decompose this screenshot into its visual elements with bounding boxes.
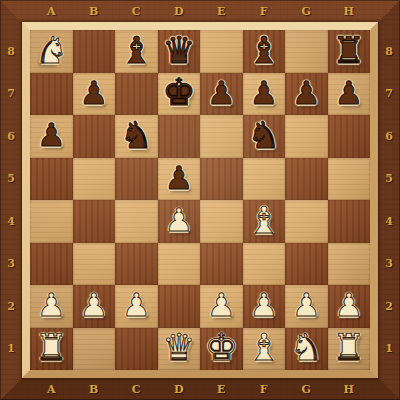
square-c5[interactable] (115, 158, 158, 201)
rank-labels-right: 87654321 (378, 30, 400, 370)
piece-black-rook[interactable]: ♜ (332, 32, 365, 69)
square-d8[interactable]: ♛ (158, 30, 201, 73)
square-a1[interactable]: ♜ (30, 328, 73, 371)
square-c2[interactable]: ♟ (115, 285, 158, 328)
square-b4[interactable] (73, 200, 116, 243)
square-a3[interactable] (30, 243, 73, 286)
board-frame: ♞♝♛♝♜♟♚♟♟♟♟♟♞♞♟♟♝♟♟♟♟♟♟♟♜♛♚♝♞♜ ABCDEFGH … (0, 0, 400, 400)
square-h2[interactable]: ♟ (328, 285, 371, 328)
square-h4[interactable] (328, 200, 371, 243)
square-h5[interactable] (328, 158, 371, 201)
piece-white-pawn[interactable]: ♟ (164, 204, 193, 236)
square-b8[interactable] (73, 30, 116, 73)
square-e1[interactable]: ♚ (200, 328, 243, 371)
piece-black-pawn[interactable]: ♟ (207, 77, 236, 109)
square-g8[interactable] (285, 30, 328, 73)
piece-white-pawn[interactable]: ♟ (37, 289, 66, 321)
square-f5[interactable] (243, 158, 286, 201)
piece-black-knight[interactable]: ♞ (120, 117, 153, 154)
square-a6[interactable]: ♟ (30, 115, 73, 158)
files-bottom-label: B (73, 378, 116, 400)
ranks-right-label: 1 (378, 328, 400, 371)
ranks-right-label: 4 (378, 200, 400, 243)
ranks-right-label: 2 (378, 285, 400, 328)
files-bottom-label: E (200, 378, 243, 400)
square-e4[interactable] (200, 200, 243, 243)
square-g3[interactable] (285, 243, 328, 286)
ranks-left-label: 7 (0, 73, 22, 116)
square-e7[interactable]: ♟ (200, 73, 243, 116)
square-f8[interactable]: ♝ (243, 30, 286, 73)
square-c1[interactable] (115, 328, 158, 371)
square-a7[interactable] (30, 73, 73, 116)
ranks-right-label: 7 (378, 73, 400, 116)
ranks-left-label: 6 (0, 115, 22, 158)
square-d4[interactable]: ♟ (158, 200, 201, 243)
square-e5[interactable] (200, 158, 243, 201)
square-f4[interactable]: ♝ (243, 200, 286, 243)
piece-white-pawn[interactable]: ♟ (122, 289, 151, 321)
square-e6[interactable] (200, 115, 243, 158)
piece-white-bishop[interactable]: ♝ (247, 202, 280, 239)
ranks-right-label: 3 (378, 243, 400, 286)
chess-board: ♞♝♛♝♜♟♚♟♟♟♟♟♞♞♟♟♝♟♟♟♟♟♟♟♜♛♚♝♞♜ (30, 30, 370, 370)
ranks-left-label: 4 (0, 200, 22, 243)
piece-black-pawn[interactable]: ♟ (164, 162, 193, 194)
square-h6[interactable] (328, 115, 371, 158)
square-b2[interactable]: ♟ (73, 285, 116, 328)
square-d1[interactable]: ♛ (158, 328, 201, 371)
piece-white-rook[interactable]: ♜ (35, 329, 68, 366)
square-c8[interactable]: ♝ (115, 30, 158, 73)
square-g7[interactable]: ♟ (285, 73, 328, 116)
square-b6[interactable] (73, 115, 116, 158)
square-g5[interactable] (285, 158, 328, 201)
square-b1[interactable] (73, 328, 116, 371)
square-a2[interactable]: ♟ (30, 285, 73, 328)
rank-labels-left: 87654321 (0, 30, 22, 370)
piece-white-queen[interactable]: ♛ (162, 329, 195, 366)
ranks-left-label: 1 (0, 328, 22, 371)
square-c6[interactable]: ♞ (115, 115, 158, 158)
piece-black-bishop[interactable]: ♝ (247, 32, 280, 69)
square-h7[interactable]: ♟ (328, 73, 371, 116)
square-b7[interactable]: ♟ (73, 73, 116, 116)
piece-black-pawn[interactable]: ♟ (37, 119, 66, 151)
square-g4[interactable] (285, 200, 328, 243)
file-labels-top: ABCDEFGH (30, 0, 370, 22)
piece-white-knight[interactable]: ♞ (35, 32, 68, 69)
piece-white-pawn[interactable]: ♟ (207, 289, 236, 321)
square-b5[interactable] (73, 158, 116, 201)
ranks-left-label: 8 (0, 30, 22, 73)
file-labels-bottom: ABCDEFGH (30, 378, 370, 400)
files-bottom-label: A (30, 378, 73, 400)
files-bottom-label: D (158, 378, 201, 400)
files-top-label: H (328, 0, 371, 22)
piece-white-king[interactable]: ♚ (205, 329, 238, 366)
square-f1[interactable]: ♝ (243, 328, 286, 371)
square-c7[interactable] (115, 73, 158, 116)
piece-white-pawn[interactable]: ♟ (79, 289, 108, 321)
piece-white-knight[interactable]: ♞ (290, 329, 323, 366)
piece-black-pawn[interactable]: ♟ (79, 77, 108, 109)
square-a8[interactable]: ♞ (30, 30, 73, 73)
files-bottom-label: C (115, 378, 158, 400)
square-e8[interactable] (200, 30, 243, 73)
ranks-left-label: 2 (0, 285, 22, 328)
piece-white-pawn[interactable]: ♟ (292, 289, 321, 321)
chess-app: ♞♝♛♝♜♟♚♟♟♟♟♟♞♞♟♟♝♟♟♟♟♟♟♟♜♛♚♝♞♜ ABCDEFGH … (0, 0, 400, 400)
files-top-label: B (73, 0, 116, 22)
ranks-right-label: 8 (378, 30, 400, 73)
piece-black-pawn[interactable]: ♟ (292, 77, 321, 109)
square-a4[interactable] (30, 200, 73, 243)
files-top-label: C (115, 0, 158, 22)
ranks-left-label: 5 (0, 158, 22, 201)
square-f3[interactable] (243, 243, 286, 286)
square-c4[interactable] (115, 200, 158, 243)
square-d6[interactable] (158, 115, 201, 158)
files-top-label: E (200, 0, 243, 22)
square-a5[interactable] (30, 158, 73, 201)
piece-black-bishop[interactable]: ♝ (120, 32, 153, 69)
square-h8[interactable]: ♜ (328, 30, 371, 73)
square-g6[interactable] (285, 115, 328, 158)
piece-black-pawn[interactable]: ♟ (249, 77, 278, 109)
piece-black-king[interactable]: ♚ (162, 74, 195, 111)
square-b3[interactable] (73, 243, 116, 286)
files-top-label: A (30, 0, 73, 22)
square-c3[interactable] (115, 243, 158, 286)
ranks-right-label: 6 (378, 115, 400, 158)
square-h3[interactable] (328, 243, 371, 286)
piece-black-queen[interactable]: ♛ (162, 32, 195, 69)
square-d5[interactable]: ♟ (158, 158, 201, 201)
square-f2[interactable]: ♟ (243, 285, 286, 328)
piece-white-rook[interactable]: ♜ (332, 329, 365, 366)
piece-black-pawn[interactable]: ♟ (334, 77, 363, 109)
square-f7[interactable]: ♟ (243, 73, 286, 116)
square-d7[interactable]: ♚ (158, 73, 201, 116)
square-e2[interactable]: ♟ (200, 285, 243, 328)
files-top-label: F (243, 0, 286, 22)
square-h1[interactable]: ♜ (328, 328, 371, 371)
ranks-right-label: 5 (378, 158, 400, 201)
board-inner-border: ♞♝♛♝♜♟♚♟♟♟♟♟♞♞♟♟♝♟♟♟♟♟♟♟♜♛♚♝♞♜ (22, 22, 378, 378)
files-top-label: D (158, 0, 201, 22)
square-g2[interactable]: ♟ (285, 285, 328, 328)
square-d3[interactable] (158, 243, 201, 286)
files-bottom-label: G (285, 378, 328, 400)
square-e3[interactable] (200, 243, 243, 286)
square-f6[interactable]: ♞ (243, 115, 286, 158)
files-bottom-label: F (243, 378, 286, 400)
files-top-label: G (285, 0, 328, 22)
square-d2[interactable] (158, 285, 201, 328)
piece-white-pawn[interactable]: ♟ (249, 289, 278, 321)
piece-white-bishop[interactable]: ♝ (247, 329, 280, 366)
piece-black-knight[interactable]: ♞ (247, 117, 280, 154)
ranks-left-label: 3 (0, 243, 22, 286)
files-bottom-label: H (328, 378, 371, 400)
square-g1[interactable]: ♞ (285, 328, 328, 371)
piece-white-pawn[interactable]: ♟ (334, 289, 363, 321)
